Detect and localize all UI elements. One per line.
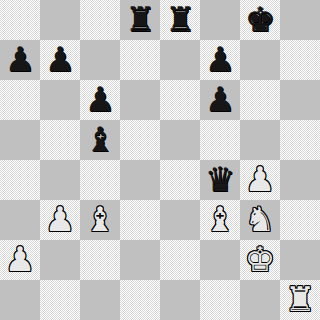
square-a3[interactable] [0, 200, 40, 240]
square-g5[interactable] [240, 120, 280, 160]
square-h6[interactable] [280, 80, 320, 120]
square-d3[interactable] [120, 200, 160, 240]
square-f1[interactable] [200, 280, 240, 320]
piece-black-king[interactable]: ♚ [245, 0, 275, 39]
square-f7[interactable]: ♟ [200, 40, 240, 80]
square-b7[interactable]: ♟ [40, 40, 80, 80]
square-d1[interactable] [120, 280, 160, 320]
square-h8[interactable] [280, 0, 320, 40]
square-g2[interactable]: ♚ [240, 240, 280, 280]
piece-black-pawn[interactable]: ♟ [45, 40, 75, 79]
square-d2[interactable] [120, 240, 160, 280]
square-e2[interactable] [160, 240, 200, 280]
square-g1[interactable] [240, 280, 280, 320]
piece-white-pawn[interactable]: ♟ [45, 200, 75, 239]
square-c1[interactable] [80, 280, 120, 320]
square-e8[interactable]: ♜ [160, 0, 200, 40]
square-b1[interactable] [40, 280, 80, 320]
square-b2[interactable] [40, 240, 80, 280]
square-e5[interactable] [160, 120, 200, 160]
square-g3[interactable]: ♞ [240, 200, 280, 240]
piece-black-rook[interactable]: ♜ [165, 0, 195, 39]
square-g7[interactable] [240, 40, 280, 80]
square-b6[interactable] [40, 80, 80, 120]
square-f2[interactable] [200, 240, 240, 280]
square-g6[interactable] [240, 80, 280, 120]
square-c7[interactable] [80, 40, 120, 80]
piece-white-bishop[interactable]: ♝ [205, 200, 235, 239]
piece-white-pawn[interactable]: ♟ [245, 160, 275, 199]
square-d4[interactable] [120, 160, 160, 200]
square-a7[interactable]: ♟ [0, 40, 40, 80]
square-c2[interactable] [80, 240, 120, 280]
square-d6[interactable] [120, 80, 160, 120]
piece-black-pawn[interactable]: ♟ [205, 80, 235, 119]
square-e6[interactable] [160, 80, 200, 120]
piece-white-knight[interactable]: ♞ [245, 200, 275, 239]
square-a5[interactable] [0, 120, 40, 160]
piece-white-bishop[interactable]: ♝ [85, 200, 115, 239]
square-e4[interactable] [160, 160, 200, 200]
square-d8[interactable]: ♜ [120, 0, 160, 40]
square-c8[interactable] [80, 0, 120, 40]
square-f3[interactable]: ♝ [200, 200, 240, 240]
square-e7[interactable] [160, 40, 200, 80]
square-a8[interactable] [0, 0, 40, 40]
piece-black-rook[interactable]: ♜ [125, 0, 155, 39]
square-a1[interactable] [0, 280, 40, 320]
piece-black-pawn[interactable]: ♟ [85, 80, 115, 119]
square-h2[interactable] [280, 240, 320, 280]
square-a6[interactable] [0, 80, 40, 120]
square-e1[interactable] [160, 280, 200, 320]
square-c5[interactable]: ♝ [80, 120, 120, 160]
piece-black-pawn[interactable]: ♟ [205, 40, 235, 79]
square-b5[interactable] [40, 120, 80, 160]
square-b3[interactable]: ♟ [40, 200, 80, 240]
piece-black-pawn[interactable]: ♟ [5, 40, 35, 79]
square-f6[interactable]: ♟ [200, 80, 240, 120]
square-f5[interactable] [200, 120, 240, 160]
square-c6[interactable]: ♟ [80, 80, 120, 120]
square-c4[interactable] [80, 160, 120, 200]
chess-board: ♜♜♚♟♟♟♟♟♝♛♟♟♝♝♞♟♚♜ [0, 0, 320, 320]
square-g8[interactable]: ♚ [240, 0, 280, 40]
square-h3[interactable] [280, 200, 320, 240]
square-h7[interactable] [280, 40, 320, 80]
square-f8[interactable] [200, 0, 240, 40]
square-g4[interactable]: ♟ [240, 160, 280, 200]
square-h4[interactable] [280, 160, 320, 200]
square-b8[interactable] [40, 0, 80, 40]
piece-white-rook[interactable]: ♜ [285, 280, 315, 319]
square-a2[interactable]: ♟ [0, 240, 40, 280]
piece-black-bishop[interactable]: ♝ [85, 120, 115, 159]
square-h1[interactable]: ♜ [280, 280, 320, 320]
piece-white-pawn[interactable]: ♟ [5, 240, 35, 279]
square-d5[interactable] [120, 120, 160, 160]
square-h5[interactable] [280, 120, 320, 160]
square-a4[interactable] [0, 160, 40, 200]
square-d7[interactable] [120, 40, 160, 80]
square-f4[interactable]: ♛ [200, 160, 240, 200]
square-c3[interactable]: ♝ [80, 200, 120, 240]
square-e3[interactable] [160, 200, 200, 240]
piece-white-king[interactable]: ♚ [245, 240, 275, 279]
piece-black-queen[interactable]: ♛ [205, 160, 235, 199]
square-b4[interactable] [40, 160, 80, 200]
